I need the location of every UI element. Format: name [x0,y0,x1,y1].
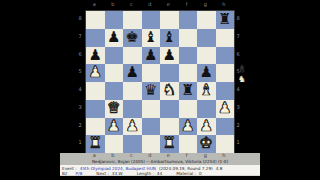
rank-label-3: 3 [77,99,83,117]
eco-code: B2 [62,171,68,176]
file-label-b: b [104,152,123,159]
square-e7: ♝ [160,29,179,47]
info-line: B2 P/B Next : 33.W Length : 44 Material … [62,171,258,176]
square-b4 [105,82,124,100]
square-f5 [179,64,198,82]
white-pawn-g2: ♟ [200,117,213,135]
black-bishop-d7: ♝ [144,28,157,46]
file-labels-top: abcdefgh [85,1,233,8]
material-label: Material : [176,171,196,176]
white-pawn-h3: ♟ [218,99,231,117]
square-a1: ♜ [86,135,105,153]
file-label-h: h [215,1,234,8]
square-b7: ♟ [105,29,124,47]
square-e8 [160,11,179,29]
black-bishop-e7: ♝ [163,28,176,46]
video-frame: abcdefgh 87654321 ♜♟♚♝♝♟♟♟♟♟♟♛♞♜♝♛♟♟♟♟♟♜… [0,0,320,180]
square-b1 [105,135,124,153]
rank-label-2: 2 [77,117,83,135]
square-c5: ♟ [123,64,142,82]
square-f8 [179,11,198,29]
square-c1 [123,135,142,153]
square-c8 [123,11,142,29]
square-f4: ♜ [179,82,198,100]
black-pawn-e6: ♟ [163,46,176,64]
white-pawn-f2: ♟ [181,117,194,135]
square-f6 [179,47,198,65]
file-label-c: c [122,152,141,159]
file-label-f: f [178,152,197,159]
square-g1: ♚ [197,135,216,153]
square-f7 [179,29,198,47]
square-d3 [142,100,161,118]
square-a6: ♟ [86,47,105,65]
file-label-h: h [215,152,234,159]
square-h4 [216,82,235,100]
square-g3 [197,100,216,118]
square-e1: ♜ [160,135,179,153]
square-e2 [160,118,179,136]
white-knight-e4: ♞ [163,82,176,100]
file-label-d: d [141,1,160,8]
black-pawn-a6: ♟ [89,46,102,64]
white-queen-b3: ♛ [107,99,120,117]
rank-label-8: 8 [77,10,83,28]
square-d5 [142,64,161,82]
square-b2: ♟ [105,118,124,136]
square-a3 [86,100,105,118]
square-c4 [123,82,142,100]
white-pawn-b2: ♟ [107,117,120,135]
square-h1 [216,135,235,153]
black-pawn-c5: ♟ [126,64,139,82]
square-g8 [197,11,216,29]
square-e6: ♟ [160,47,179,65]
square-b3: ♛ [105,100,124,118]
square-d4: ♛ [142,82,161,100]
square-b5 [105,64,124,82]
rank-label-7: 7 [235,28,241,46]
length-value: 44 [157,171,162,176]
rank-label-5: 5 [77,63,83,81]
white-pawn-a5: ♟ [89,64,102,82]
square-h7 [216,29,235,47]
square-a5: ♟ [86,64,105,82]
square-g6 [197,47,216,65]
black-rook-f4: ♜ [181,82,194,100]
square-e5 [160,64,179,82]
length-label: Length : [137,171,154,176]
square-a4 [86,82,105,100]
black-rook-h8: ♜ [218,11,231,29]
white-bishop-g4: ♝ [200,82,213,100]
file-label-e: e [159,152,178,159]
rank-label-3: 3 [235,99,241,117]
file-label-a: a [85,1,104,8]
file-label-g: g [196,152,215,159]
rank-label-1: 1 [77,134,83,152]
players-title: Nedjanovic, Bojan (2405) -- Ambartsumova… [60,159,260,165]
square-e4: ♞ [160,82,179,100]
white-king-g1: ♚ [200,135,213,153]
next-value: 33.W [112,171,123,176]
file-label-f: f [178,1,197,8]
white-rook-a1: ♜ [89,135,102,153]
square-g2: ♟ [197,118,216,136]
square-d7: ♝ [142,29,161,47]
square-c7: ♚ [123,29,142,47]
rank-label-6: 6 [235,46,241,64]
file-label-a: a [85,152,104,159]
black-king-c7: ♚ [126,28,139,46]
rank-label-7: 7 [77,28,83,46]
rank-label-1: 1 [235,134,241,152]
rank-label-2: 2 [235,117,241,135]
next-label: Next : [96,171,109,176]
black-extra-bishop-icon: ♝ [238,64,246,74]
square-g7 [197,29,216,47]
square-g5: ♟ [197,64,216,82]
square-e3 [160,100,179,118]
file-label-e: e [159,1,178,8]
square-c2: ♟ [123,118,142,136]
file-label-g: g [196,1,215,8]
square-c6 [123,47,142,65]
square-b6 [105,47,124,65]
square-h3: ♟ [216,100,235,118]
white-rook-e1: ♜ [163,135,176,153]
square-g4: ♝ [197,82,216,100]
material-value: 0 [199,171,202,176]
square-h5 [216,64,235,82]
rank-labels-left: 87654321 [77,10,83,152]
file-labels-bottom: abcdefgh [85,152,233,159]
square-a2 [86,118,105,136]
file-label-b: b [104,1,123,8]
material-difference-tray: ♝ ♞ [236,64,248,84]
square-h2 [216,118,235,136]
rank-label-6: 6 [77,46,83,64]
square-d2 [142,118,161,136]
rank-label-4: 4 [77,81,83,99]
square-f3 [179,100,198,118]
white-extra-knight-icon: ♞ [238,74,246,84]
square-d6: ♟ [142,47,161,65]
white-pawn-c2: ♟ [126,117,139,135]
board: ♜♟♚♝♝♟♟♟♟♟♟♛♞♜♝♛♟♟♟♟♟♜♜♚ [85,10,235,154]
square-h6 [216,47,235,65]
square-d1 [142,135,161,153]
square-f1 [179,135,198,153]
square-a7 [86,29,105,47]
opening-code: P/B [76,171,83,176]
square-c3 [123,100,142,118]
square-f2: ♟ [179,118,198,136]
black-queen-d4: ♛ [144,82,157,100]
black-pawn-g5: ♟ [200,64,213,82]
black-pawn-b7: ♟ [107,28,120,46]
file-label-c: c [122,1,141,8]
square-b8 [105,11,124,29]
square-d8 [142,11,161,29]
square-a8 [86,11,105,29]
file-label-d: d [141,152,160,159]
rank-label-8: 8 [235,10,241,28]
square-h8: ♜ [216,11,235,29]
black-pawn-d6: ♟ [144,46,157,64]
